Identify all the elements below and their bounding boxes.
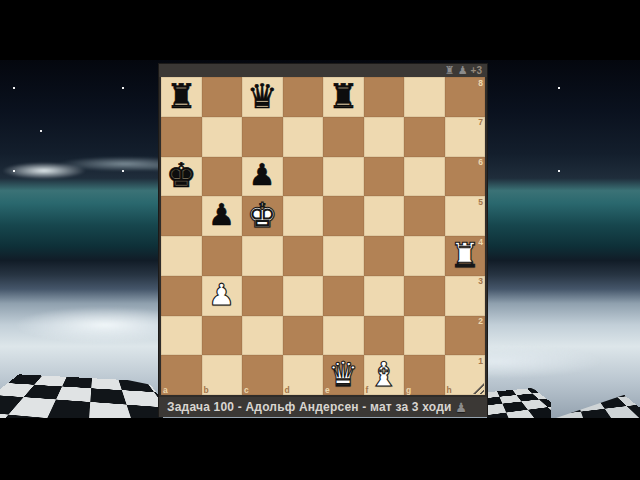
square-f8[interactable] bbox=[364, 77, 405, 117]
square-a3[interactable] bbox=[161, 276, 202, 316]
square-h7[interactable]: 7 bbox=[445, 117, 486, 157]
square-a8[interactable]: ♜ bbox=[161, 77, 202, 117]
square-h4[interactable]: ♜4 bbox=[445, 236, 486, 276]
square-h6[interactable]: 6 bbox=[445, 157, 486, 197]
square-g4[interactable] bbox=[404, 236, 445, 276]
square-e8[interactable]: ♜ bbox=[323, 77, 364, 117]
square-b7[interactable] bbox=[202, 117, 243, 157]
square-e1[interactable]: ♛e bbox=[323, 355, 364, 395]
square-b2[interactable] bbox=[202, 316, 243, 356]
square-c2[interactable] bbox=[242, 316, 283, 356]
square-g3[interactable] bbox=[404, 276, 445, 316]
white-king[interactable]: ♚ bbox=[247, 198, 277, 232]
black-king[interactable]: ♚ bbox=[166, 158, 196, 192]
rank-label-4: 4 bbox=[478, 238, 483, 247]
file-label-e: e bbox=[325, 386, 330, 395]
square-a5[interactable] bbox=[161, 196, 202, 236]
captured-rook-icon: ♜ bbox=[445, 65, 455, 76]
square-h8[interactable]: 8 bbox=[445, 77, 486, 117]
square-a4[interactable] bbox=[161, 236, 202, 276]
puzzle-title: Задача 100 - Адольф Андерсен - мат за 3 … bbox=[167, 400, 452, 414]
chess-board: ♜♛♜87♚♟6♟♚5♜4♟32abcd♛e♝fgh1 bbox=[161, 77, 485, 395]
rank-label-2: 2 bbox=[478, 317, 483, 326]
material-bar: ♜ ♟ +3 bbox=[159, 64, 487, 77]
square-e7[interactable] bbox=[323, 117, 364, 157]
square-b8[interactable] bbox=[202, 77, 243, 117]
square-e3[interactable] bbox=[323, 276, 364, 316]
square-f7[interactable] bbox=[364, 117, 405, 157]
square-f2[interactable] bbox=[364, 316, 405, 356]
square-g7[interactable] bbox=[404, 117, 445, 157]
square-c1[interactable]: c bbox=[242, 355, 283, 395]
square-g6[interactable] bbox=[404, 157, 445, 197]
square-d5[interactable] bbox=[283, 196, 324, 236]
black-rook[interactable]: ♜ bbox=[328, 79, 358, 113]
file-label-f: f bbox=[366, 386, 369, 395]
square-f3[interactable] bbox=[364, 276, 405, 316]
square-f4[interactable] bbox=[364, 236, 405, 276]
black-queen[interactable]: ♛ bbox=[247, 79, 277, 113]
chess-app-window: ♜ ♟ +3 ♜♛♜87♚♟6♟♚5♜4♟32abcd♛e♝fgh1 Задач… bbox=[158, 63, 488, 417]
square-d7[interactable] bbox=[283, 117, 324, 157]
square-d6[interactable] bbox=[283, 157, 324, 197]
square-c7[interactable] bbox=[242, 117, 283, 157]
captured-pawn-icon: ♟ bbox=[458, 65, 468, 76]
rank-label-5: 5 bbox=[478, 198, 483, 207]
file-label-c: c bbox=[244, 386, 249, 395]
square-f1[interactable]: ♝f bbox=[364, 355, 405, 395]
material-advantage: +3 bbox=[471, 66, 482, 76]
square-h2[interactable]: 2 bbox=[445, 316, 486, 356]
square-b3[interactable]: ♟ bbox=[202, 276, 243, 316]
square-e4[interactable] bbox=[323, 236, 364, 276]
file-label-b: b bbox=[204, 386, 209, 395]
square-e5[interactable] bbox=[323, 196, 364, 236]
square-c5[interactable]: ♚ bbox=[242, 196, 283, 236]
square-h5[interactable]: 5 bbox=[445, 196, 486, 236]
square-b4[interactable] bbox=[202, 236, 243, 276]
square-a7[interactable] bbox=[161, 117, 202, 157]
square-e2[interactable] bbox=[323, 316, 364, 356]
black-pawn[interactable]: ♟ bbox=[208, 200, 235, 230]
rank-label-1: 1 bbox=[478, 357, 483, 366]
square-e6[interactable] bbox=[323, 157, 364, 197]
black-pawn[interactable]: ♟ bbox=[249, 160, 276, 190]
square-f6[interactable] bbox=[364, 157, 405, 197]
square-b5[interactable]: ♟ bbox=[202, 196, 243, 236]
square-a2[interactable] bbox=[161, 316, 202, 356]
square-d4[interactable] bbox=[283, 236, 324, 276]
square-g8[interactable] bbox=[404, 77, 445, 117]
file-label-d: d bbox=[285, 386, 290, 395]
rank-label-7: 7 bbox=[478, 118, 483, 127]
rank-label-8: 8 bbox=[478, 79, 483, 88]
pawn-icon-button[interactable]: ♟ bbox=[455, 401, 467, 414]
title-bar: Задача 100 - Адольф Андерсен - мат за 3 … bbox=[159, 397, 487, 417]
white-bishop[interactable]: ♝ bbox=[369, 357, 399, 391]
square-b1[interactable]: b bbox=[202, 355, 243, 395]
square-a1[interactable]: a bbox=[161, 355, 202, 395]
video-frame: ♜ ♟ +3 ♜♛♜87♚♟6♟♚5♜4♟32abcd♛e♝fgh1 Задач… bbox=[0, 0, 640, 480]
square-d1[interactable]: d bbox=[283, 355, 324, 395]
square-g1[interactable]: g bbox=[404, 355, 445, 395]
rank-label-3: 3 bbox=[478, 277, 483, 286]
file-label-a: a bbox=[163, 386, 168, 395]
square-c3[interactable] bbox=[242, 276, 283, 316]
square-d2[interactable] bbox=[283, 316, 324, 356]
white-queen[interactable]: ♛ bbox=[328, 357, 358, 391]
square-c8[interactable]: ♛ bbox=[242, 77, 283, 117]
square-b6[interactable] bbox=[202, 157, 243, 197]
black-rook[interactable]: ♜ bbox=[166, 79, 196, 113]
square-a6[interactable]: ♚ bbox=[161, 157, 202, 197]
square-d8[interactable] bbox=[283, 77, 324, 117]
rank-label-6: 6 bbox=[478, 158, 483, 167]
square-d3[interactable] bbox=[283, 276, 324, 316]
square-f5[interactable] bbox=[364, 196, 405, 236]
square-g5[interactable] bbox=[404, 196, 445, 236]
square-g2[interactable] bbox=[404, 316, 445, 356]
square-c4[interactable] bbox=[242, 236, 283, 276]
white-rook[interactable]: ♜ bbox=[450, 238, 480, 272]
file-label-g: g bbox=[406, 386, 411, 395]
square-h3[interactable]: 3 bbox=[445, 276, 486, 316]
white-pawn[interactable]: ♟ bbox=[208, 280, 235, 310]
square-c6[interactable]: ♟ bbox=[242, 157, 283, 197]
file-label-h: h bbox=[447, 386, 452, 395]
